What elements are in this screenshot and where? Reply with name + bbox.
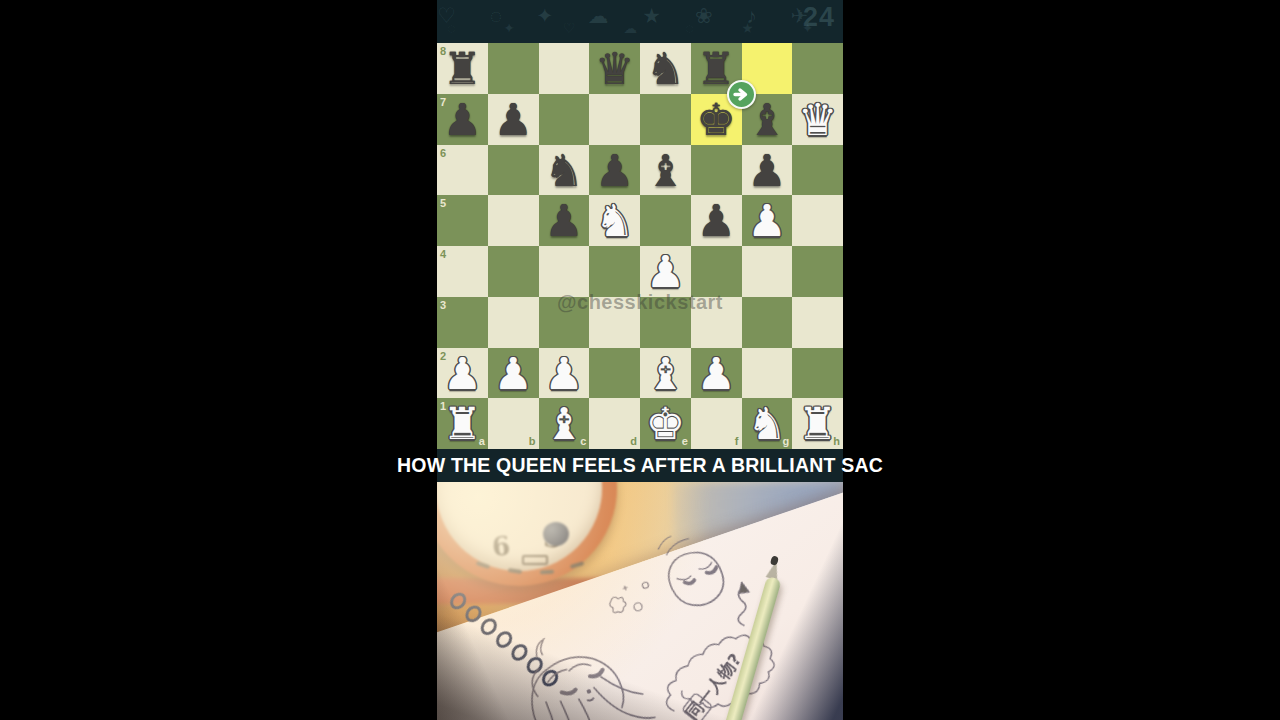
square-b1[interactable]: b [488, 398, 539, 449]
white-knight-g1[interactable]: ♞ [742, 398, 793, 449]
clock-date-window [522, 555, 548, 565]
white-pawn-b2[interactable]: ♟ [488, 348, 539, 399]
black-pawn-b7[interactable]: ♟ [488, 94, 539, 145]
square-h8[interactable] [792, 43, 843, 94]
square-f6[interactable] [691, 145, 742, 196]
square-e8[interactable]: ♞ [640, 43, 691, 94]
square-b6[interactable] [488, 145, 539, 196]
square-e5[interactable] [640, 195, 691, 246]
black-pawn-a7[interactable]: ♟ [437, 94, 488, 145]
square-d7[interactable] [589, 94, 640, 145]
square-h5[interactable] [792, 195, 843, 246]
clock-knob [543, 522, 569, 546]
white-pawn-c2[interactable]: ♟ [539, 348, 590, 399]
white-bishop-c1[interactable]: ♝ [539, 398, 590, 449]
photo-section: 6 5 [437, 482, 843, 720]
square-f5[interactable]: ♟ [691, 195, 742, 246]
square-c7[interactable] [539, 94, 590, 145]
square-d2[interactable] [589, 348, 640, 399]
square-g5[interactable]: ♟ [742, 195, 793, 246]
square-e6[interactable]: ♝ [640, 145, 691, 196]
square-f4[interactable] [691, 246, 742, 297]
square-a7[interactable]: 7♟ [437, 94, 488, 145]
left-letterbox [0, 0, 437, 720]
square-c4[interactable] [539, 246, 590, 297]
clock-tick [476, 561, 491, 569]
square-a3[interactable]: 3 [437, 297, 488, 348]
rank-label-5: 5 [440, 198, 446, 209]
black-knight-e8[interactable]: ♞ [640, 43, 691, 94]
square-h1[interactable]: h♜ [792, 398, 843, 449]
board: 8♜♛♞♜7♟♟♚♝♛6♞♟♝♟5♟♞♟♟4♟32♟♟♟♝♟1a♜bc♝de♚f… [437, 43, 843, 449]
square-f1[interactable]: f [691, 398, 742, 449]
clock-number-6: 6 [490, 530, 511, 562]
white-pawn-f2[interactable]: ♟ [691, 348, 742, 399]
square-a2[interactable]: 2♟ [437, 348, 488, 399]
file-label-b: b [529, 436, 536, 447]
square-c1[interactable]: c♝ [539, 398, 590, 449]
calendar-doodle-icon: 24 [803, 2, 835, 33]
caption-banner: HOW THE QUEEN FEELS AFTER A BRILLIANT SA… [437, 449, 843, 482]
file-label-f: f [735, 436, 739, 447]
square-e2[interactable]: ♝ [640, 348, 691, 399]
square-f2[interactable]: ♟ [691, 348, 742, 399]
file-label-d: d [630, 436, 637, 447]
square-c8[interactable] [539, 43, 590, 94]
white-rook-a1[interactable]: ♜ [437, 398, 488, 449]
square-b3[interactable] [488, 297, 539, 348]
video-content: ♡ ◌ ✦ ☁ ★ ❀ ♪ ✈ ⚙ ✚ ☾ ◌ ♡ ◌ ✦ ♡ ☁ ◌ ★ ✦ … [437, 0, 843, 720]
square-a8[interactable]: 8♜ [437, 43, 488, 94]
square-b8[interactable] [488, 43, 539, 94]
square-a4[interactable]: 4 [437, 246, 488, 297]
white-knight-d5[interactable]: ♞ [589, 195, 640, 246]
square-c3[interactable] [539, 297, 590, 348]
square-e7[interactable] [640, 94, 691, 145]
square-f3[interactable] [691, 297, 742, 348]
square-d3[interactable] [589, 297, 640, 348]
video-frame: ♡ ◌ ✦ ☁ ★ ❀ ♪ ✈ ⚙ ✚ ☾ ◌ ♡ ◌ ✦ ♡ ☁ ◌ ★ ✦ … [0, 0, 1280, 720]
white-bishop-e2[interactable]: ♝ [640, 348, 691, 399]
move-arrow-badge [727, 80, 756, 109]
square-g1[interactable]: g♞ [742, 398, 793, 449]
square-b7[interactable]: ♟ [488, 94, 539, 145]
white-rook-h1[interactable]: ♜ [792, 398, 843, 449]
square-h2[interactable] [792, 348, 843, 399]
rank-label-3: 3 [440, 300, 446, 311]
square-b4[interactable] [488, 246, 539, 297]
rank-label-4: 4 [440, 249, 446, 260]
doodle-pattern-icons-2: ◌ ✦ ♡ ☁ ◌ ★ ✦ ◌ ♡ [447, 20, 843, 36]
black-queen-d8[interactable]: ♛ [589, 43, 640, 94]
square-h6[interactable] [792, 145, 843, 196]
black-pawn-d6[interactable]: ♟ [589, 145, 640, 196]
black-pawn-f5[interactable]: ♟ [691, 195, 742, 246]
white-king-e1[interactable]: ♚ [640, 398, 691, 449]
square-d6[interactable]: ♟ [589, 145, 640, 196]
square-e3[interactable] [640, 297, 691, 348]
caption-text: HOW THE QUEEN FEELS AFTER A BRILLIANT SA… [397, 454, 883, 477]
black-knight-c6[interactable]: ♞ [539, 145, 590, 196]
square-g6[interactable]: ♟ [742, 145, 793, 196]
square-g3[interactable] [742, 297, 793, 348]
square-g2[interactable] [742, 348, 793, 399]
square-c2[interactable]: ♟ [539, 348, 590, 399]
white-pawn-a2[interactable]: ♟ [437, 348, 488, 399]
square-e1[interactable]: e♚ [640, 398, 691, 449]
square-c6[interactable]: ♞ [539, 145, 590, 196]
square-b2[interactable]: ♟ [488, 348, 539, 399]
square-d4[interactable] [589, 246, 640, 297]
square-a1[interactable]: 1a♜ [437, 398, 488, 449]
square-d5[interactable]: ♞ [589, 195, 640, 246]
square-c5[interactable]: ♟ [539, 195, 590, 246]
rank-label-6: 6 [440, 148, 446, 159]
right-arrow-icon [733, 86, 750, 103]
white-pawn-e4[interactable]: ♟ [640, 246, 691, 297]
square-a6[interactable]: 6 [437, 145, 488, 196]
square-b5[interactable] [488, 195, 539, 246]
square-d1[interactable]: d [589, 398, 640, 449]
black-rook-a8[interactable]: ♜ [437, 43, 488, 94]
right-letterbox [843, 0, 1280, 720]
square-d8[interactable]: ♛ [589, 43, 640, 94]
black-bishop-e6[interactable]: ♝ [640, 145, 691, 196]
white-queen-h7[interactable]: ♛ [792, 94, 843, 145]
black-pawn-g6[interactable]: ♟ [742, 145, 793, 196]
clock-tick [508, 568, 522, 574]
board-area: 8♜♛♞♜7♟♟♚♝♛6♞♟♝♟5♟♞♟♟4♟32♟♟♟♝♟1a♜bc♝de♚f… [437, 43, 843, 449]
square-h3[interactable] [792, 297, 843, 348]
square-h7[interactable]: ♛ [792, 94, 843, 145]
square-e4[interactable]: ♟ [640, 246, 691, 297]
square-g4[interactable] [742, 246, 793, 297]
white-pawn-g5[interactable]: ♟ [742, 195, 793, 246]
square-h4[interactable] [792, 246, 843, 297]
doodle-header: ♡ ◌ ✦ ☁ ★ ❀ ♪ ✈ ⚙ ✚ ☾ ◌ ♡ ◌ ✦ ♡ ☁ ◌ ★ ✦ … [437, 0, 843, 43]
square-a5[interactable]: 5 [437, 195, 488, 246]
black-pawn-c5[interactable]: ♟ [539, 195, 590, 246]
